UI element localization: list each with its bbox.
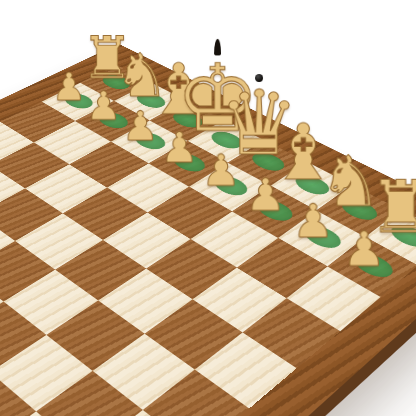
chess-board: ♜♞♝♚♛♝♞♜♟♟♟♟♟♟♟♟ xyxy=(0,44,416,416)
square-c4 xyxy=(146,239,237,299)
pawn-glyph: ♟ xyxy=(293,198,334,244)
pawn-glyph: ♟ xyxy=(246,172,286,217)
pawn-glyph: ♟ xyxy=(202,149,241,192)
king-spike-finial xyxy=(214,39,221,56)
board-grid: ♜♞♝♚♛♝♞♜♟♟♟♟♟♟♟♟ xyxy=(0,65,416,416)
pawn-glyph: ♟ xyxy=(52,68,86,106)
photo-scene: ♜♞♝♚♛♝♞♜♟♟♟♟♟♟♟♟ xyxy=(0,0,416,416)
pawn-glyph: ♟ xyxy=(122,106,158,147)
pawn-glyph: ♟ xyxy=(343,225,386,273)
pawn-glyph: ♟ xyxy=(86,86,121,125)
pawn-glyph: ♟ xyxy=(161,126,199,168)
